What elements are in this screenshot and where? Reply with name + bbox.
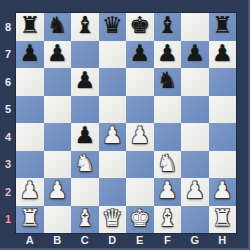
square-h3[interactable] (209, 151, 237, 179)
rank-label-1: 1 (0, 206, 16, 234)
black-pawn-piece: ♟ (212, 42, 233, 65)
square-b2[interactable]: ♟ (44, 178, 72, 206)
white-pawn-piece: ♟ (102, 124, 123, 147)
rank-labels: 87654321 (0, 13, 16, 233)
white-pawn-piece: ♟ (157, 179, 178, 202)
black-pawn-piece: ♟ (19, 42, 40, 65)
black-king-piece: ♚ (129, 14, 150, 37)
black-pawn-piece: ♟ (129, 42, 150, 65)
square-d2[interactable] (99, 178, 127, 206)
black-queen-piece: ♛ (102, 14, 123, 37)
square-d3[interactable] (99, 151, 127, 179)
square-g7[interactable]: ♟ (181, 41, 209, 69)
black-rook-piece: ♜ (212, 14, 233, 37)
rank-label-3: 3 (0, 151, 16, 179)
square-f5[interactable] (154, 96, 182, 124)
black-bishop-piece: ♝ (157, 14, 178, 37)
file-labels: ABCDEFGH (16, 232, 236, 248)
square-f4[interactable] (154, 123, 182, 151)
square-c1[interactable]: ♝ (71, 206, 99, 234)
rank-label-2: 2 (0, 178, 16, 206)
square-a6[interactable] (16, 68, 44, 96)
square-f6[interactable]: ♞ (154, 68, 182, 96)
square-h7[interactable]: ♟ (209, 41, 237, 69)
square-b8[interactable]: ♞ (44, 13, 72, 41)
black-bishop-piece: ♝ (74, 14, 95, 37)
square-g1[interactable] (181, 206, 209, 234)
square-b3[interactable] (44, 151, 72, 179)
square-e2[interactable] (126, 178, 154, 206)
square-g4[interactable] (181, 123, 209, 151)
square-e7[interactable]: ♟ (126, 41, 154, 69)
square-h5[interactable] (209, 96, 237, 124)
square-h4[interactable] (209, 123, 237, 151)
rank-label-7: 7 (0, 41, 16, 69)
square-c6[interactable]: ♟ (71, 68, 99, 96)
square-d7[interactable] (99, 41, 127, 69)
square-g2[interactable]: ♟ (181, 178, 209, 206)
black-pawn-piece: ♟ (184, 42, 205, 65)
white-pawn-piece: ♟ (19, 179, 40, 202)
black-knight-piece: ♞ (47, 14, 68, 37)
square-d6[interactable] (99, 68, 127, 96)
chess-board[interactable]: ♜♞♝♛♚♝♜♟♟♟♟♟♟♟♞♟♟♟♞♞♟♟♟♟♟♜♝♛♚♝♜ (16, 13, 236, 233)
square-c5[interactable] (71, 96, 99, 124)
black-pawn-piece: ♟ (74, 124, 95, 147)
square-b7[interactable]: ♟ (44, 41, 72, 69)
white-pawn-piece: ♟ (184, 179, 205, 202)
square-h8[interactable]: ♜ (209, 13, 237, 41)
file-label-g: G (181, 232, 209, 248)
white-king-piece: ♚ (129, 207, 150, 230)
square-g6[interactable] (181, 68, 209, 96)
square-e3[interactable] (126, 151, 154, 179)
black-knight-piece: ♞ (157, 69, 178, 92)
white-knight-piece: ♞ (157, 152, 178, 175)
white-rook-piece: ♜ (212, 207, 233, 230)
square-a2[interactable]: ♟ (16, 178, 44, 206)
square-g5[interactable] (181, 96, 209, 124)
square-b5[interactable] (44, 96, 72, 124)
file-label-f: F (154, 232, 182, 248)
square-h1[interactable]: ♜ (209, 206, 237, 234)
square-d1[interactable]: ♛ (99, 206, 127, 234)
square-f8[interactable]: ♝ (154, 13, 182, 41)
white-bishop-piece: ♝ (157, 207, 178, 230)
white-bishop-piece: ♝ (74, 207, 95, 230)
square-c4[interactable]: ♟ (71, 123, 99, 151)
rank-label-6: 6 (0, 68, 16, 96)
file-label-h: H (209, 232, 237, 248)
square-e5[interactable] (126, 96, 154, 124)
square-d8[interactable]: ♛ (99, 13, 127, 41)
square-a3[interactable] (16, 151, 44, 179)
square-g8[interactable] (181, 13, 209, 41)
square-a7[interactable]: ♟ (16, 41, 44, 69)
square-e1[interactable]: ♚ (126, 206, 154, 234)
file-label-a: A (16, 232, 44, 248)
square-e8[interactable]: ♚ (126, 13, 154, 41)
square-f3[interactable]: ♞ (154, 151, 182, 179)
rank-label-5: 5 (0, 96, 16, 124)
black-pawn-piece: ♟ (74, 69, 95, 92)
file-label-e: E (126, 232, 154, 248)
square-g3[interactable] (181, 151, 209, 179)
square-f1[interactable]: ♝ (154, 206, 182, 234)
file-label-c: C (71, 232, 99, 248)
square-b4[interactable] (44, 123, 72, 151)
square-b1[interactable] (44, 206, 72, 234)
file-label-d: D (99, 232, 127, 248)
square-f7[interactable]: ♟ (154, 41, 182, 69)
white-queen-piece: ♛ (102, 207, 123, 230)
square-c2[interactable] (71, 178, 99, 206)
file-label-b: B (44, 232, 72, 248)
square-e4[interactable]: ♟ (126, 123, 154, 151)
rank-label-4: 4 (0, 123, 16, 151)
white-rook-piece: ♜ (19, 207, 40, 230)
square-d5[interactable] (99, 96, 127, 124)
square-d4[interactable]: ♟ (99, 123, 127, 151)
square-a8[interactable]: ♜ (16, 13, 44, 41)
square-c8[interactable]: ♝ (71, 13, 99, 41)
square-a5[interactable] (16, 96, 44, 124)
square-a1[interactable]: ♜ (16, 206, 44, 234)
white-pawn-piece: ♟ (212, 179, 233, 202)
square-c3[interactable]: ♞ (71, 151, 99, 179)
white-pawn-piece: ♟ (47, 179, 68, 202)
white-knight-piece: ♞ (74, 152, 95, 175)
square-h6[interactable] (209, 68, 237, 96)
square-h2[interactable]: ♟ (209, 178, 237, 206)
chess-diagram: 87654321 ♜♞♝♛♚♝♜♟♟♟♟♟♟♟♞♟♟♟♞♞♟♟♟♟♟♜♝♛♚♝♜… (0, 0, 250, 250)
black-pawn-piece: ♟ (47, 42, 68, 65)
white-pawn-piece: ♟ (129, 124, 150, 147)
square-f2[interactable]: ♟ (154, 178, 182, 206)
square-e6[interactable] (126, 68, 154, 96)
black-rook-piece: ♜ (19, 14, 40, 37)
square-a4[interactable] (16, 123, 44, 151)
rank-label-8: 8 (0, 13, 16, 41)
black-pawn-piece: ♟ (157, 42, 178, 65)
square-c7[interactable] (71, 41, 99, 69)
square-b6[interactable] (44, 68, 72, 96)
